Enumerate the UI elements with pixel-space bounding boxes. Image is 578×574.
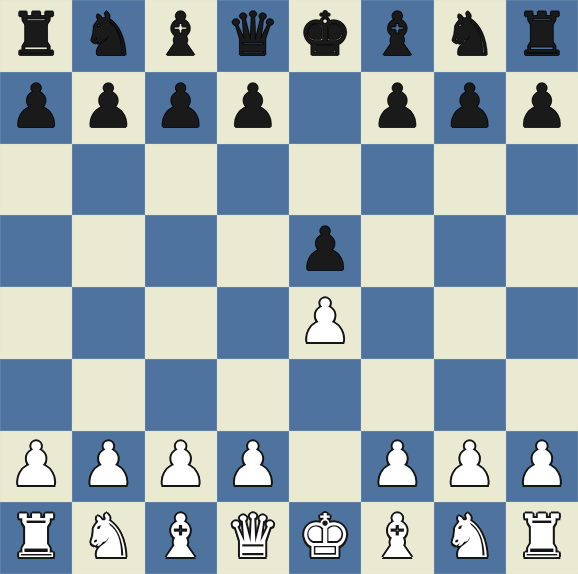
square-a3[interactable] <box>0 359 72 431</box>
piece-black-queen[interactable]: ♛ <box>226 4 280 64</box>
square-f3[interactable] <box>361 359 433 431</box>
piece-black-king[interactable]: ♚ <box>298 4 352 64</box>
piece-black-rook[interactable]: ♜ <box>515 4 569 64</box>
piece-black-pawn[interactable]: ♟ <box>226 76 280 136</box>
square-c4[interactable] <box>145 287 217 359</box>
square-b8[interactable]: ♞ <box>72 0 144 72</box>
square-c5[interactable] <box>145 215 217 287</box>
square-b3[interactable] <box>72 359 144 431</box>
piece-white-bishop[interactable]: ♝ <box>370 506 424 566</box>
piece-white-queen[interactable]: ♛ <box>226 506 280 566</box>
piece-black-rook[interactable]: ♜ <box>9 4 63 64</box>
square-f8[interactable]: ♝ <box>361 0 433 72</box>
square-g5[interactable] <box>434 215 506 287</box>
square-h1[interactable]: ♜ <box>506 502 578 574</box>
square-g7[interactable]: ♟ <box>434 72 506 144</box>
piece-white-knight[interactable]: ♞ <box>81 506 135 566</box>
chess-board: ♜♞♝♛♚♝♞♜♟♟♟♟♟♟♟♟♟♟♟♟♟♟♟♟♜♞♝♛♚♝♞♜ <box>0 0 578 574</box>
square-a6[interactable] <box>0 144 72 216</box>
square-d3[interactable] <box>217 359 289 431</box>
square-c3[interactable] <box>145 359 217 431</box>
square-h8[interactable]: ♜ <box>506 0 578 72</box>
square-b2[interactable]: ♟ <box>72 431 144 503</box>
piece-white-pawn[interactable]: ♟ <box>81 434 135 494</box>
square-c8[interactable]: ♝ <box>145 0 217 72</box>
square-f6[interactable] <box>361 144 433 216</box>
square-a5[interactable] <box>0 215 72 287</box>
square-e6[interactable] <box>289 144 361 216</box>
square-c6[interactable] <box>145 144 217 216</box>
square-f1[interactable]: ♝ <box>361 502 433 574</box>
square-g3[interactable] <box>434 359 506 431</box>
square-a4[interactable] <box>0 287 72 359</box>
piece-black-bishop[interactable]: ♝ <box>154 4 208 64</box>
square-c1[interactable]: ♝ <box>145 502 217 574</box>
piece-black-knight[interactable]: ♞ <box>81 4 135 64</box>
square-f4[interactable] <box>361 287 433 359</box>
piece-black-pawn[interactable]: ♟ <box>443 76 497 136</box>
square-h2[interactable]: ♟ <box>506 431 578 503</box>
square-d5[interactable] <box>217 215 289 287</box>
square-a7[interactable]: ♟ <box>0 72 72 144</box>
square-c7[interactable]: ♟ <box>145 72 217 144</box>
square-b1[interactable]: ♞ <box>72 502 144 574</box>
square-g8[interactable]: ♞ <box>434 0 506 72</box>
square-e1[interactable]: ♚ <box>289 502 361 574</box>
piece-white-rook[interactable]: ♜ <box>515 506 569 566</box>
piece-white-pawn[interactable]: ♟ <box>370 434 424 494</box>
piece-black-pawn[interactable]: ♟ <box>81 76 135 136</box>
square-a2[interactable]: ♟ <box>0 431 72 503</box>
chess-board-grid: ♜♞♝♛♚♝♞♜♟♟♟♟♟♟♟♟♟♟♟♟♟♟♟♟♜♞♝♛♚♝♞♜ <box>0 0 578 574</box>
square-d7[interactable]: ♟ <box>217 72 289 144</box>
square-f5[interactable] <box>361 215 433 287</box>
piece-black-pawn[interactable]: ♟ <box>154 76 208 136</box>
square-h7[interactable]: ♟ <box>506 72 578 144</box>
square-g2[interactable]: ♟ <box>434 431 506 503</box>
square-d4[interactable] <box>217 287 289 359</box>
square-h3[interactable] <box>506 359 578 431</box>
square-b5[interactable] <box>72 215 144 287</box>
square-g4[interactable] <box>434 287 506 359</box>
square-d6[interactable] <box>217 144 289 216</box>
square-e8[interactable]: ♚ <box>289 0 361 72</box>
piece-white-pawn[interactable]: ♟ <box>515 434 569 494</box>
piece-white-knight[interactable]: ♞ <box>443 506 497 566</box>
piece-white-pawn[interactable]: ♟ <box>443 434 497 494</box>
piece-white-pawn[interactable]: ♟ <box>154 434 208 494</box>
square-e5[interactable]: ♟ <box>289 215 361 287</box>
piece-white-bishop[interactable]: ♝ <box>154 506 208 566</box>
square-f7[interactable]: ♟ <box>361 72 433 144</box>
square-e7[interactable] <box>289 72 361 144</box>
square-e3[interactable] <box>289 359 361 431</box>
piece-black-pawn[interactable]: ♟ <box>370 76 424 136</box>
square-b7[interactable]: ♟ <box>72 72 144 144</box>
square-a8[interactable]: ♜ <box>0 0 72 72</box>
piece-black-pawn[interactable]: ♟ <box>298 219 352 279</box>
square-c2[interactable]: ♟ <box>145 431 217 503</box>
square-b6[interactable] <box>72 144 144 216</box>
square-e2[interactable] <box>289 431 361 503</box>
square-e4[interactable]: ♟ <box>289 287 361 359</box>
square-a1[interactable]: ♜ <box>0 502 72 574</box>
piece-black-pawn[interactable]: ♟ <box>515 76 569 136</box>
piece-black-knight[interactable]: ♞ <box>443 4 497 64</box>
piece-white-pawn[interactable]: ♟ <box>298 291 352 351</box>
square-g1[interactable]: ♞ <box>434 502 506 574</box>
square-h6[interactable] <box>506 144 578 216</box>
piece-white-pawn[interactable]: ♟ <box>9 434 63 494</box>
square-h5[interactable] <box>506 215 578 287</box>
square-h4[interactable] <box>506 287 578 359</box>
piece-white-pawn[interactable]: ♟ <box>226 434 280 494</box>
square-d2[interactable]: ♟ <box>217 431 289 503</box>
square-f2[interactable]: ♟ <box>361 431 433 503</box>
piece-black-pawn[interactable]: ♟ <box>9 76 63 136</box>
piece-white-rook[interactable]: ♜ <box>9 506 63 566</box>
square-b4[interactable] <box>72 287 144 359</box>
square-d1[interactable]: ♛ <box>217 502 289 574</box>
piece-black-bishop[interactable]: ♝ <box>370 4 424 64</box>
square-g6[interactable] <box>434 144 506 216</box>
piece-white-king[interactable]: ♚ <box>298 506 352 566</box>
square-d8[interactable]: ♛ <box>217 0 289 72</box>
